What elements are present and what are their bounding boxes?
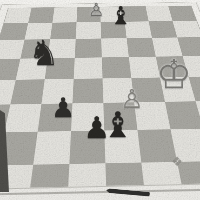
square-d6[interactable] bbox=[75, 39, 102, 58]
photo-scene: ♙♝♞♔♙♟♟♝ ❖ bbox=[0, 0, 200, 200]
square-d4[interactable] bbox=[72, 78, 103, 103]
white-king-f5[interactable]: ♔ bbox=[156, 54, 192, 94]
black-bishop-d3[interactable]: ♝ bbox=[102, 108, 133, 143]
black-pawn-b4[interactable]: ♟ bbox=[51, 94, 75, 121]
square-c2[interactable] bbox=[33, 131, 71, 164]
diamond-motif-icon: ❖ bbox=[171, 155, 183, 168]
square-g3[interactable] bbox=[165, 101, 200, 129]
black-bishop-d8[interactable]: ♝ bbox=[110, 3, 132, 28]
chess-board bbox=[0, 2, 200, 200]
square-h7[interactable] bbox=[173, 21, 200, 38]
square-e6[interactable] bbox=[101, 38, 129, 57]
square-b4[interactable] bbox=[10, 79, 44, 104]
black-knight-a5[interactable]: ♞ bbox=[28, 36, 59, 71]
square-e5[interactable] bbox=[102, 57, 131, 79]
white-pawn-c8[interactable]: ♙ bbox=[88, 1, 104, 19]
square-h8[interactable] bbox=[168, 6, 196, 21]
chessboard-photo: ♙♝♞♔♙♟♟♝ ❖ bbox=[0, 0, 200, 200]
square-c8[interactable] bbox=[52, 7, 77, 22]
square-a8[interactable] bbox=[4, 8, 32, 23]
square-d5[interactable] bbox=[74, 57, 103, 79]
square-b3[interactable] bbox=[4, 104, 41, 133]
square-b8[interactable] bbox=[28, 8, 54, 23]
square-f6[interactable] bbox=[127, 38, 156, 57]
square-d7[interactable] bbox=[76, 22, 101, 39]
